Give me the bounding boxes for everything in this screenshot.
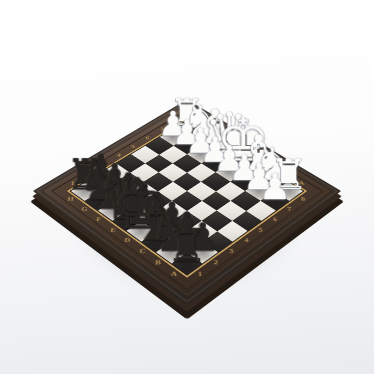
piece-black-rook: ♜ <box>167 223 208 268</box>
render-canvas: ♜♞♝♛♚♝♞♜♟♟♟♟♟♟♟♟♟♟♟♟♟♟♟♟♜♞♝♛♚♝♞♜ HHGGFFE… <box>0 0 374 374</box>
board-3d: ♜♞♝♛♚♝♞♜♟♟♟♟♟♟♟♟♟♟♟♟♟♟♟♟♜♞♝♛♚♝♞♜ HHGGFFE… <box>33 100 341 306</box>
piece-white-pawn: ♟ <box>259 169 292 205</box>
chess-scene: ♜♞♝♛♚♝♞♜♟♟♟♟♟♟♟♟♟♟♟♟♟♟♟♟♜♞♝♛♚♝♞♜ HHGGFFE… <box>0 0 374 374</box>
